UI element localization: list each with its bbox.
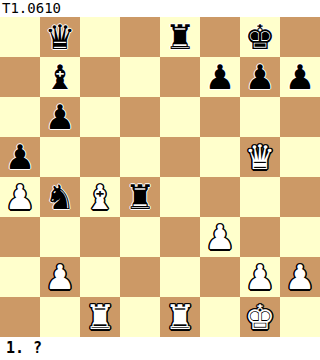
square-d5[interactable]: [120, 137, 160, 177]
square-f4[interactable]: [200, 177, 240, 217]
square-c7[interactable]: [80, 57, 120, 97]
square-a8[interactable]: [0, 17, 40, 57]
chess-board: ♛♜♚♝♟♟♟♟♟♛♟♞♝♜♟♟♟♟♜♜♚: [0, 17, 320, 337]
puzzle-id-label: T1.0610: [0, 0, 320, 17]
square-b7[interactable]: ♝: [40, 57, 80, 97]
square-d6[interactable]: [120, 97, 160, 137]
black-pawn-icon: ♟: [280, 57, 320, 97]
square-c2[interactable]: [80, 257, 120, 297]
square-g3[interactable]: [240, 217, 280, 257]
square-h6[interactable]: [280, 97, 320, 137]
square-c5[interactable]: [80, 137, 120, 177]
move-prompt-label: 1. ?: [0, 337, 320, 360]
square-b4[interactable]: ♞: [40, 177, 80, 217]
square-e6[interactable]: [160, 97, 200, 137]
white-rook-icon: ♜: [80, 297, 120, 337]
square-c6[interactable]: [80, 97, 120, 137]
white-queen-icon: ♛: [240, 137, 280, 177]
square-g1[interactable]: ♚: [240, 297, 280, 337]
square-e3[interactable]: [160, 217, 200, 257]
square-h5[interactable]: [280, 137, 320, 177]
square-e1[interactable]: ♜: [160, 297, 200, 337]
square-g4[interactable]: [240, 177, 280, 217]
square-g2[interactable]: ♟: [240, 257, 280, 297]
square-h1[interactable]: [280, 297, 320, 337]
square-a3[interactable]: [0, 217, 40, 257]
square-e7[interactable]: [160, 57, 200, 97]
square-d8[interactable]: [120, 17, 160, 57]
square-a5[interactable]: ♟: [0, 137, 40, 177]
square-e8[interactable]: ♜: [160, 17, 200, 57]
black-pawn-icon: ♟: [200, 57, 240, 97]
square-h3[interactable]: [280, 217, 320, 257]
square-h8[interactable]: [280, 17, 320, 57]
square-f5[interactable]: [200, 137, 240, 177]
square-f8[interactable]: [200, 17, 240, 57]
square-d2[interactable]: [120, 257, 160, 297]
black-pawn-icon: ♟: [40, 97, 80, 137]
square-d1[interactable]: [120, 297, 160, 337]
square-h2[interactable]: ♟: [280, 257, 320, 297]
white-king-icon: ♚: [240, 297, 280, 337]
square-b1[interactable]: [40, 297, 80, 337]
square-g8[interactable]: ♚: [240, 17, 280, 57]
square-a4[interactable]: ♟: [0, 177, 40, 217]
white-pawn-icon: ♟: [200, 217, 240, 257]
square-a2[interactable]: [0, 257, 40, 297]
square-f2[interactable]: [200, 257, 240, 297]
square-a6[interactable]: [0, 97, 40, 137]
square-c1[interactable]: ♜: [80, 297, 120, 337]
square-d3[interactable]: [120, 217, 160, 257]
square-b8[interactable]: ♛: [40, 17, 80, 57]
square-d4[interactable]: ♜: [120, 177, 160, 217]
black-pawn-icon: ♟: [0, 137, 40, 177]
square-b2[interactable]: ♟: [40, 257, 80, 297]
square-f1[interactable]: [200, 297, 240, 337]
square-a1[interactable]: [0, 297, 40, 337]
square-c8[interactable]: [80, 17, 120, 57]
square-g6[interactable]: [240, 97, 280, 137]
white-pawn-icon: ♟: [0, 177, 40, 217]
black-rook-icon: ♜: [120, 177, 160, 217]
white-bishop-icon: ♝: [80, 177, 120, 217]
white-rook-icon: ♜: [160, 297, 200, 337]
square-e5[interactable]: [160, 137, 200, 177]
chess-puzzle-page: T1.0610 ♛♜♚♝♟♟♟♟♟♛♟♞♝♜♟♟♟♟♜♜♚ 1. ?: [0, 0, 320, 360]
square-g5[interactable]: ♛: [240, 137, 280, 177]
square-h7[interactable]: ♟: [280, 57, 320, 97]
white-pawn-icon: ♟: [280, 257, 320, 297]
square-c3[interactable]: [80, 217, 120, 257]
black-bishop-icon: ♝: [40, 57, 80, 97]
black-rook-icon: ♜: [160, 17, 200, 57]
black-queen-icon: ♛: [40, 17, 80, 57]
black-pawn-icon: ♟: [240, 57, 280, 97]
square-a7[interactable]: [0, 57, 40, 97]
square-h4[interactable]: [280, 177, 320, 217]
square-b6[interactable]: ♟: [40, 97, 80, 137]
square-f3[interactable]: ♟: [200, 217, 240, 257]
square-b5[interactable]: [40, 137, 80, 177]
square-g7[interactable]: ♟: [240, 57, 280, 97]
square-c4[interactable]: ♝: [80, 177, 120, 217]
square-f6[interactable]: [200, 97, 240, 137]
black-king-icon: ♚: [240, 17, 280, 57]
white-pawn-icon: ♟: [40, 257, 80, 297]
square-f7[interactable]: ♟: [200, 57, 240, 97]
square-d7[interactable]: [120, 57, 160, 97]
square-e2[interactable]: [160, 257, 200, 297]
white-pawn-icon: ♟: [240, 257, 280, 297]
black-knight-icon: ♞: [40, 177, 80, 217]
square-e4[interactable]: [160, 177, 200, 217]
square-b3[interactable]: [40, 217, 80, 257]
